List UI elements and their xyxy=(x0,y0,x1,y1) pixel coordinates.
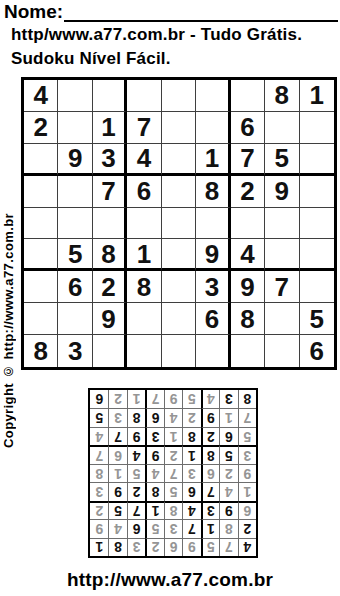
puzzle-cell[interactable] xyxy=(162,208,196,240)
solution-cell: 6 xyxy=(238,501,256,519)
solution-cell: 8 xyxy=(127,408,145,426)
puzzle-cell[interactable]: 2 xyxy=(231,176,265,208)
solution-cell: 3 xyxy=(219,390,237,408)
puzzle-cell[interactable]: 5 xyxy=(58,239,92,271)
puzzle-cell[interactable] xyxy=(58,208,92,240)
puzzle-cell[interactable]: 9 xyxy=(196,239,230,271)
solution-cell: 1 xyxy=(145,501,163,519)
puzzle-cell[interactable]: 9 xyxy=(93,303,127,335)
puzzle-cell[interactable] xyxy=(265,239,299,271)
puzzle-cell[interactable] xyxy=(300,271,334,303)
solution-cell: 2 xyxy=(90,501,108,519)
puzzle-cell[interactable]: 8 xyxy=(231,303,265,335)
solution-cell: 2 xyxy=(219,464,237,482)
solution-cell: 9 xyxy=(164,390,182,408)
solution-cell: 5 xyxy=(238,427,256,445)
puzzle-cell[interactable]: 6 xyxy=(196,303,230,335)
solution-cell: 1 xyxy=(90,538,108,556)
solution-cell: 7 xyxy=(182,519,200,537)
solution-cell: 2 xyxy=(182,408,200,426)
puzzle-cell[interactable] xyxy=(127,80,161,112)
puzzle-cell[interactable] xyxy=(162,80,196,112)
puzzle-cell[interactable] xyxy=(231,335,265,367)
solution-cell: 8 xyxy=(238,390,256,408)
puzzle-cell[interactable] xyxy=(127,335,161,367)
solution-cell: 3 xyxy=(201,501,219,519)
solution-cell: 9 xyxy=(90,519,108,537)
puzzle-cell[interactable] xyxy=(162,144,196,176)
solution-cell: 4 xyxy=(145,464,163,482)
solution-cell: 7 xyxy=(238,408,256,426)
name-label: Nome: xyxy=(4,1,63,22)
puzzle-cell[interactable] xyxy=(127,208,161,240)
puzzle-cell[interactable] xyxy=(24,303,58,335)
solution-cell: 7 xyxy=(201,482,219,500)
puzzle-cell[interactable] xyxy=(196,208,230,240)
solution-cell: 7 xyxy=(164,464,182,482)
solution-cell: 6 xyxy=(90,390,108,408)
page-root: Nome: http/www.a77.com.br - Tudo Grátis.… xyxy=(0,0,340,596)
puzzle-cell[interactable]: 7 xyxy=(231,144,265,176)
solution-cell: 8 xyxy=(164,501,182,519)
solution-cell: 5 xyxy=(108,501,126,519)
solution-cell: 2 xyxy=(145,538,163,556)
puzzle-cell[interactable]: 9 xyxy=(58,144,92,176)
solution-cell: 1 xyxy=(182,445,200,463)
solution-cell: 6 xyxy=(201,464,219,482)
puzzle-cell[interactable] xyxy=(162,112,196,144)
puzzle-cell[interactable] xyxy=(24,144,58,176)
puzzle-cell[interactable]: 2 xyxy=(24,112,58,144)
puzzle-cell[interactable] xyxy=(93,80,127,112)
solution-cell: 2 xyxy=(238,519,256,537)
solution-cell: 5 xyxy=(90,408,108,426)
puzzle-cell[interactable]: 4 xyxy=(24,80,58,112)
solution-cell: 9 xyxy=(108,482,126,500)
puzzle-cell[interactable]: 5 xyxy=(265,144,299,176)
solution-cell: 3 xyxy=(127,538,145,556)
puzzle-cell[interactable] xyxy=(162,176,196,208)
solution-grid: 4759623812817356496934817521476582939263… xyxy=(88,388,258,558)
puzzle-cell[interactable]: 3 xyxy=(196,271,230,303)
footer-url[interactable]: http://www.a77.com.br xyxy=(0,569,340,591)
solution-cell: 2 xyxy=(164,445,182,463)
puzzle-cell[interactable]: 6 xyxy=(127,176,161,208)
puzzle-cell[interactable]: 8 xyxy=(127,271,161,303)
solution-cell: 2 xyxy=(127,482,145,500)
solution-cell: 8 xyxy=(145,482,163,500)
site-tagline: http/www.a77.com.br - Tudo Grátis. xyxy=(11,25,302,45)
solution-cell: 4 xyxy=(127,445,145,463)
solution-cell: 9 xyxy=(238,464,256,482)
puzzle-cell[interactable] xyxy=(162,271,196,303)
solution-cell: 8 xyxy=(182,427,200,445)
solution-cell: 4 xyxy=(90,427,108,445)
solution-cell: 9 xyxy=(127,427,145,445)
solution-cell: 5 xyxy=(127,464,145,482)
solution-cell: 3 xyxy=(108,408,126,426)
solution-cell: 8 xyxy=(201,445,219,463)
puzzle-cell[interactable]: 8 xyxy=(196,176,230,208)
puzzle-cell[interactable] xyxy=(300,144,334,176)
puzzle-cell[interactable] xyxy=(300,239,334,271)
puzzle-cell[interactable] xyxy=(24,239,58,271)
puzzle-cell[interactable] xyxy=(58,112,92,144)
puzzle-cell[interactable]: 3 xyxy=(58,335,92,367)
puzzle-cell[interactable]: 1 xyxy=(127,239,161,271)
puzzle-cell[interactable]: 6 xyxy=(231,112,265,144)
solution-cell: 1 xyxy=(201,519,219,537)
solution-cell: 9 xyxy=(219,501,237,519)
puzzle-cell[interactable] xyxy=(24,271,58,303)
solution-cell: 4 xyxy=(219,482,237,500)
puzzle-cell[interactable]: 6 xyxy=(58,271,92,303)
solution-cell: 6 xyxy=(145,408,163,426)
puzzle-cell[interactable] xyxy=(265,208,299,240)
puzzle-cell[interactable] xyxy=(265,303,299,335)
copyright-vertical-text: Copyright © http://www.a77.com.br xyxy=(1,156,16,448)
puzzle-cell[interactable]: 2 xyxy=(93,271,127,303)
solution-cell: 7 xyxy=(219,538,237,556)
name-underline xyxy=(64,1,338,22)
puzzle-cell[interactable]: 7 xyxy=(127,112,161,144)
solution-cell: 1 xyxy=(127,390,145,408)
solution-cell: 4 xyxy=(201,390,219,408)
solution-cell: 5 xyxy=(145,519,163,537)
puzzle-cell[interactable]: 4 xyxy=(127,144,161,176)
solution-cell: 7 xyxy=(145,390,163,408)
solution-cell: 1 xyxy=(238,482,256,500)
solution-cell: 3 xyxy=(238,445,256,463)
puzzle-cell[interactable] xyxy=(162,303,196,335)
puzzle-cell[interactable] xyxy=(127,303,161,335)
puzzle-grid[interactable]: 481217693417576829581946283979685836 xyxy=(21,77,337,370)
puzzle-cell[interactable] xyxy=(162,335,196,367)
puzzle-cell[interactable] xyxy=(58,303,92,335)
puzzle-cell[interactable]: 3 xyxy=(93,144,127,176)
solution-cell: 5 xyxy=(164,482,182,500)
solution-cell: 2 xyxy=(201,427,219,445)
puzzle-cell[interactable] xyxy=(265,335,299,367)
puzzle-cell[interactable] xyxy=(265,112,299,144)
solution-cell: 3 xyxy=(164,519,182,537)
solution-cell: 1 xyxy=(219,408,237,426)
solution-cell: 9 xyxy=(145,445,163,463)
puzzle-cell[interactable]: 9 xyxy=(265,176,299,208)
solution-cell: 8 xyxy=(90,464,108,482)
solution-cell: 1 xyxy=(164,427,182,445)
solution-cell: 5 xyxy=(182,390,200,408)
solution-cell: 9 xyxy=(201,408,219,426)
puzzle-cell[interactable] xyxy=(196,112,230,144)
solution-cell: 7 xyxy=(127,501,145,519)
puzzle-cell[interactable]: 8 xyxy=(93,239,127,271)
puzzle-cell[interactable]: 7 xyxy=(265,271,299,303)
solution-cell: 8 xyxy=(219,519,237,537)
solution-cell: 4 xyxy=(164,408,182,426)
puzzle-cell[interactable] xyxy=(93,335,127,367)
puzzle-cell[interactable] xyxy=(24,208,58,240)
solution-cell: 3 xyxy=(90,482,108,500)
puzzle-cell[interactable]: 4 xyxy=(231,239,265,271)
puzzle-cell[interactable]: 8 xyxy=(265,80,299,112)
puzzle-cell[interactable]: 1 xyxy=(196,144,230,176)
solution-cell: 3 xyxy=(145,427,163,445)
puzzle-cell[interactable] xyxy=(196,335,230,367)
solution-cell: 6 xyxy=(219,427,237,445)
name-row: Nome: xyxy=(4,1,338,22)
puzzle-cell[interactable] xyxy=(24,176,58,208)
puzzle-cell[interactable]: 1 xyxy=(93,112,127,144)
solution-cell: 7 xyxy=(108,427,126,445)
puzzle-cell[interactable] xyxy=(196,80,230,112)
solution-cell: 1 xyxy=(108,464,126,482)
solution-cell: 2 xyxy=(108,390,126,408)
page-subtitle: Sudoku Nível Fácil. xyxy=(11,49,171,69)
puzzle-cell[interactable]: 1 xyxy=(300,80,334,112)
solution-cell: 5 xyxy=(201,538,219,556)
solution-cell: 6 xyxy=(182,482,200,500)
solution-cell: 4 xyxy=(108,519,126,537)
solution-cell: 9 xyxy=(182,538,200,556)
solution-cell: 5 xyxy=(219,445,237,463)
solution-cell: 6 xyxy=(127,519,145,537)
solution-cell: 3 xyxy=(182,464,200,482)
puzzle-cell[interactable] xyxy=(58,176,92,208)
puzzle-cell[interactable] xyxy=(231,208,265,240)
solution-cell: 4 xyxy=(238,538,256,556)
puzzle-cell[interactable] xyxy=(231,80,265,112)
solution-cell: 8 xyxy=(108,538,126,556)
puzzle-cell[interactable] xyxy=(300,208,334,240)
puzzle-cell[interactable]: 9 xyxy=(231,271,265,303)
puzzle-cell[interactable]: 8 xyxy=(24,335,58,367)
solution-cell: 6 xyxy=(164,538,182,556)
puzzle-cell[interactable] xyxy=(300,112,334,144)
puzzle-cell[interactable]: 7 xyxy=(93,176,127,208)
puzzle-cell[interactable] xyxy=(162,239,196,271)
puzzle-cell[interactable] xyxy=(93,208,127,240)
puzzle-cell[interactable] xyxy=(300,176,334,208)
solution-cell: 4 xyxy=(182,501,200,519)
puzzle-cell[interactable]: 6 xyxy=(300,335,334,367)
solution-cell: 6 xyxy=(108,445,126,463)
puzzle-cell[interactable] xyxy=(58,80,92,112)
puzzle-cell[interactable]: 5 xyxy=(300,303,334,335)
solution-cell: 7 xyxy=(90,445,108,463)
